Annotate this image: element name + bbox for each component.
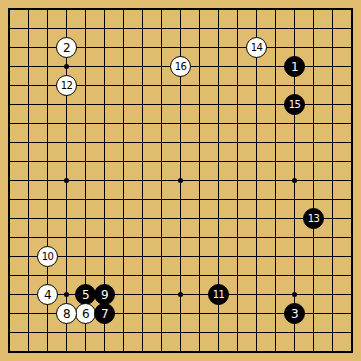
move-number: 9 bbox=[101, 289, 108, 301]
grid-line-vertical bbox=[199, 10, 200, 352]
stone-black-q3: 3 bbox=[284, 303, 305, 324]
stone-black-f4: 9 bbox=[94, 284, 115, 305]
star-point bbox=[292, 178, 297, 183]
move-number: 15 bbox=[289, 100, 301, 110]
stone-black-q14: 15 bbox=[284, 94, 305, 115]
grid-line-vertical bbox=[313, 10, 314, 352]
star-point bbox=[178, 292, 183, 297]
stone-black-m4: 11 bbox=[208, 284, 229, 305]
stone-white-k16: 16 bbox=[170, 56, 191, 77]
star-point bbox=[178, 178, 183, 183]
grid-line-vertical bbox=[332, 10, 333, 352]
move-number: 7 bbox=[101, 308, 108, 320]
grid-line-horizontal bbox=[10, 218, 352, 219]
stone-white-o17: 14 bbox=[246, 37, 267, 58]
stone-white-c4: 4 bbox=[37, 284, 58, 305]
stone-white-d15: 12 bbox=[56, 75, 77, 96]
stone-black-q16: 1 bbox=[284, 56, 305, 77]
stone-black-e4: 5 bbox=[75, 284, 96, 305]
move-number: 16 bbox=[175, 62, 187, 72]
move-number: 2 bbox=[63, 42, 70, 54]
grid-line-horizontal bbox=[10, 256, 352, 257]
stone-black-r8: 13 bbox=[303, 208, 324, 229]
move-number: 8 bbox=[63, 308, 70, 320]
move-number: 14 bbox=[251, 43, 263, 53]
move-number: 10 bbox=[42, 252, 54, 262]
stone-white-c6: 10 bbox=[37, 246, 58, 267]
grid-line-horizontal bbox=[10, 332, 352, 333]
move-number: 13 bbox=[308, 214, 320, 224]
stone-white-e3: 6 bbox=[75, 303, 96, 324]
grid-line-horizontal bbox=[10, 199, 352, 200]
grid-line-vertical bbox=[256, 10, 257, 352]
grid-line-vertical bbox=[275, 10, 276, 352]
move-number: 1 bbox=[291, 61, 298, 73]
star-point bbox=[64, 178, 69, 183]
move-number: 3 bbox=[291, 308, 298, 320]
move-number: 5 bbox=[82, 289, 89, 301]
move-number: 11 bbox=[213, 290, 225, 300]
go-board: 12345678910111213141516 bbox=[0, 0, 361, 361]
grid-line-vertical bbox=[237, 10, 238, 352]
grid-line-horizontal bbox=[10, 237, 352, 238]
stone-white-d17: 2 bbox=[56, 37, 77, 58]
star-point bbox=[292, 292, 297, 297]
move-number: 12 bbox=[61, 81, 73, 91]
stone-black-f3: 7 bbox=[94, 303, 115, 324]
star-point bbox=[64, 64, 69, 69]
move-number: 4 bbox=[44, 289, 51, 301]
stone-white-d3: 8 bbox=[56, 303, 77, 324]
grid-line-horizontal bbox=[10, 275, 352, 276]
move-number: 6 bbox=[82, 308, 89, 320]
star-point bbox=[64, 292, 69, 297]
